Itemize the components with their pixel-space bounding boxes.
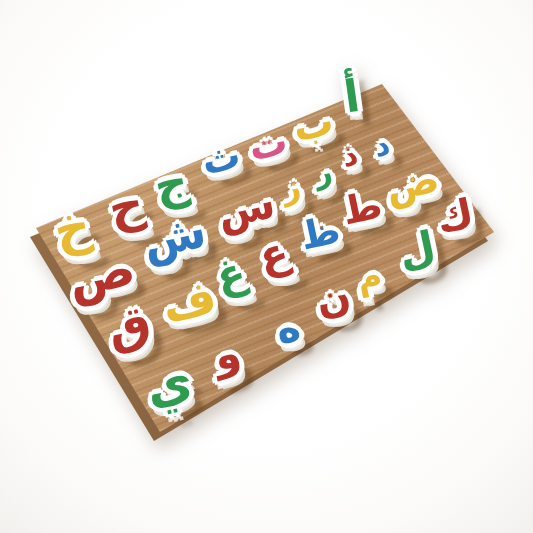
piece-shin[interactable]: ش <box>138 207 210 265</box>
piece-sin[interactable]: س <box>213 182 278 235</box>
zay-letter-glyph: ز <box>279 170 304 205</box>
ra-letter-glyph: ر <box>311 156 334 189</box>
piece-qaf[interactable]: ق <box>103 297 155 353</box>
piece-tha[interactable]: ث <box>198 135 243 180</box>
ta-letter-glyph: ت <box>245 121 290 166</box>
ghayn-letter-glyph: غ <box>213 251 250 298</box>
ba-letter-glyph: ب <box>289 100 337 147</box>
tta-letter-glyph: ط <box>339 185 386 230</box>
jim-letter-glyph: ج <box>150 157 192 209</box>
piece-ghayn[interactable]: غ <box>213 251 250 298</box>
fa-letter-glyph: ف <box>158 273 220 329</box>
dhal-letter-glyph: ذ <box>339 139 360 172</box>
piece-ha[interactable]: ه <box>272 306 303 350</box>
piece-zza[interactable]: ظ <box>297 210 344 255</box>
sin-letter-glyph: س <box>213 182 278 235</box>
piece-ya[interactable]: ي <box>141 355 196 413</box>
nun-letter-glyph: ن <box>312 275 354 321</box>
product-photo-scene: أبتثجحخدذرزسشصضطظعغفقكلمنهوي <box>0 0 533 533</box>
piece-kaf[interactable]: ك <box>433 192 477 239</box>
piece-ra[interactable]: ر <box>311 156 334 189</box>
piece-nun[interactable]: ن <box>312 275 354 321</box>
lam-letter-glyph: ل <box>395 225 439 274</box>
piece-lam[interactable]: ل <box>395 225 439 274</box>
dal-letter-glyph: د <box>371 129 392 162</box>
ha-letter-glyph: ه <box>272 306 303 350</box>
piece-dal[interactable]: د <box>371 129 392 162</box>
piece-ain[interactable]: ع <box>256 231 293 278</box>
ya-letter-glyph: ي <box>141 355 196 413</box>
piece-dhal[interactable]: ذ <box>339 139 360 172</box>
waw-letter-glyph: و <box>210 331 244 378</box>
piece-fa[interactable]: ف <box>158 273 220 329</box>
piece-ta[interactable]: ت <box>245 121 290 166</box>
piece-jim[interactable]: ج <box>150 157 192 209</box>
piece-ba[interactable]: ب <box>289 100 337 147</box>
alif-letter-glyph: أ <box>341 74 362 120</box>
piece-alif[interactable]: أ <box>341 74 362 120</box>
shin-letter-glyph: ش <box>138 207 210 265</box>
piece-waw[interactable]: و <box>210 331 244 378</box>
piece-mim[interactable]: م <box>353 257 384 295</box>
mim-letter-glyph: م <box>353 257 384 295</box>
puzzle-board: أبتثجحخدذرزسشصضطظعغفقكلمنهوي <box>0 0 533 533</box>
tha-letter-glyph: ث <box>198 135 243 180</box>
kaf-letter-glyph: ك <box>433 192 477 239</box>
pieces-layer: أبتثجحخدذرزسشصضطظعغفقكلمنهوي <box>0 0 533 533</box>
qaf-letter-glyph: ق <box>103 297 155 353</box>
piece-tta[interactable]: ط <box>339 185 386 230</box>
piece-zay[interactable]: ز <box>279 170 304 205</box>
ain-letter-glyph: ع <box>256 231 293 278</box>
zza-letter-glyph: ظ <box>297 210 344 255</box>
